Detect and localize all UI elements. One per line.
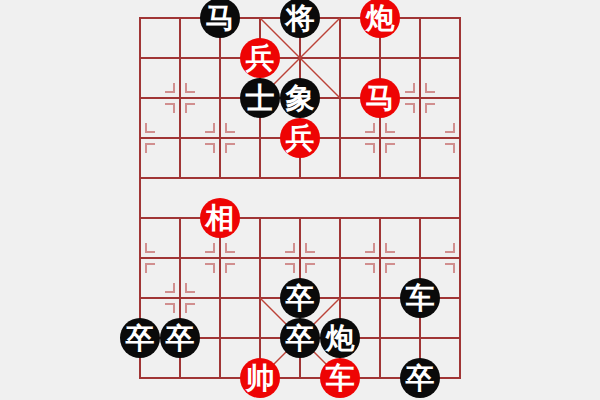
grid-line — [259, 217, 261, 379]
grid-line — [219, 17, 221, 179]
piece-black-soldier[interactable]: 卒 — [280, 278, 320, 318]
point-marker — [145, 123, 155, 133]
point-marker — [445, 123, 455, 133]
point-marker — [365, 143, 375, 153]
point-marker — [165, 83, 175, 93]
point-marker — [405, 83, 415, 93]
piece-black-soldier[interactable]: 卒 — [280, 318, 320, 358]
point-marker — [445, 143, 455, 153]
point-marker — [185, 303, 195, 313]
point-marker — [405, 103, 415, 113]
point-marker — [425, 103, 435, 113]
piece-red-soldier[interactable]: 兵 — [240, 38, 280, 78]
piece-red-chariot[interactable]: 车 — [320, 358, 360, 398]
point-marker — [225, 143, 235, 153]
point-marker — [305, 243, 315, 253]
piece-black-general[interactable]: 将 — [280, 0, 320, 38]
point-marker — [205, 263, 215, 273]
grid-line — [459, 17, 461, 379]
point-marker — [145, 263, 155, 273]
point-marker — [385, 143, 395, 153]
piece-red-general[interactable]: 帅 — [240, 358, 280, 398]
point-marker — [185, 283, 195, 293]
xiangqi-board[interactable]: 马将炮兵士象马兵相卒车卒卒卒炮帅车卒 — [0, 0, 600, 400]
point-marker — [205, 143, 215, 153]
piece-black-advisor[interactable]: 士 — [240, 78, 280, 118]
grid-line — [419, 17, 421, 179]
point-marker — [285, 263, 295, 273]
point-marker — [165, 103, 175, 113]
point-marker — [205, 243, 215, 253]
point-marker — [285, 243, 295, 253]
piece-red-cannon[interactable]: 炮 — [360, 0, 400, 38]
point-marker — [225, 243, 235, 253]
grid-line — [379, 217, 381, 379]
point-marker — [425, 83, 435, 93]
grid-line — [339, 17, 341, 179]
point-marker — [305, 263, 315, 273]
point-marker — [185, 103, 195, 113]
point-marker — [225, 263, 235, 273]
grid-line — [179, 17, 181, 179]
point-marker — [165, 303, 175, 313]
point-marker — [365, 123, 375, 133]
piece-red-soldier[interactable]: 兵 — [280, 118, 320, 158]
point-marker — [445, 263, 455, 273]
piece-black-soldier[interactable]: 卒 — [400, 358, 440, 398]
piece-black-soldier[interactable]: 卒 — [120, 318, 160, 358]
point-marker — [145, 143, 155, 153]
piece-red-horse[interactable]: 马 — [360, 78, 400, 118]
piece-black-soldier[interactable]: 卒 — [160, 318, 200, 358]
point-marker — [385, 123, 395, 133]
point-marker — [385, 263, 395, 273]
point-marker — [385, 243, 395, 253]
piece-black-elephant[interactable]: 象 — [280, 78, 320, 118]
piece-black-chariot[interactable]: 车 — [400, 278, 440, 318]
piece-red-elephant[interactable]: 相 — [200, 198, 240, 238]
point-marker — [185, 83, 195, 93]
grid-line — [219, 217, 221, 379]
point-marker — [365, 243, 375, 253]
piece-black-cannon[interactable]: 炮 — [320, 318, 360, 358]
point-marker — [225, 123, 235, 133]
point-marker — [205, 123, 215, 133]
point-marker — [445, 243, 455, 253]
point-marker — [365, 263, 375, 273]
piece-black-horse[interactable]: 马 — [200, 0, 240, 38]
xiangqi-screenshot: 马将炮兵士象马兵相卒车卒卒卒炮帅车卒 — [0, 0, 600, 400]
point-marker — [165, 283, 175, 293]
point-marker — [145, 243, 155, 253]
